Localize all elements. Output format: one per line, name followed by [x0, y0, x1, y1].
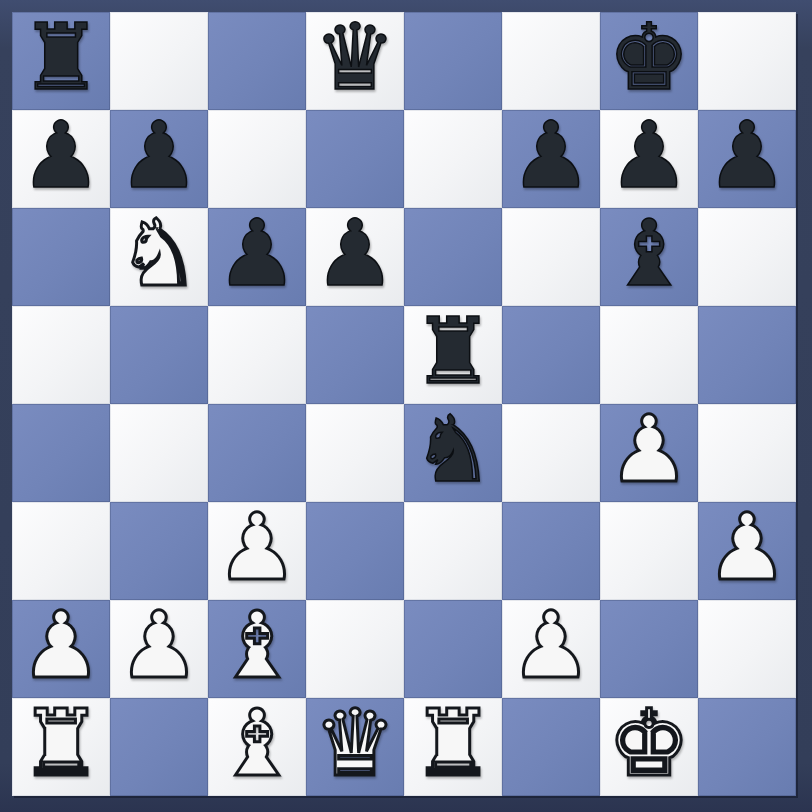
square-c2[interactable]: ♝	[208, 600, 306, 698]
square-d3[interactable]	[306, 502, 404, 600]
white-rook[interactable]: ♜	[20, 698, 102, 790]
square-d5[interactable]	[306, 306, 404, 404]
square-b2[interactable]: ♟	[110, 600, 208, 698]
square-e5[interactable]: ♜	[404, 306, 502, 404]
white-rook[interactable]: ♜	[412, 698, 494, 790]
square-g4[interactable]: ♟	[600, 404, 698, 502]
square-a5[interactable]	[12, 306, 110, 404]
black-pawn[interactable]: ♟	[314, 208, 396, 300]
square-d1[interactable]: ♛	[306, 698, 404, 796]
chess-board: ♜♛♚♟♟♟♟♟♞♟♟♝♜♞♟♟♟♟♟♝♟♜♝♛♜♚	[12, 12, 796, 796]
square-a8[interactable]: ♜	[12, 12, 110, 110]
square-b7[interactable]: ♟	[110, 110, 208, 208]
square-b4[interactable]	[110, 404, 208, 502]
white-pawn[interactable]: ♟	[118, 600, 200, 692]
black-bishop[interactable]: ♝	[608, 208, 690, 300]
square-h2[interactable]	[698, 600, 796, 698]
square-c7[interactable]	[208, 110, 306, 208]
square-f5[interactable]	[502, 306, 600, 404]
square-g2[interactable]	[600, 600, 698, 698]
square-b8[interactable]	[110, 12, 208, 110]
square-b1[interactable]	[110, 698, 208, 796]
square-e4[interactable]: ♞	[404, 404, 502, 502]
square-e3[interactable]	[404, 502, 502, 600]
square-b6[interactable]: ♞	[110, 208, 208, 306]
square-h3[interactable]: ♟	[698, 502, 796, 600]
square-c1[interactable]: ♝	[208, 698, 306, 796]
square-g5[interactable]	[600, 306, 698, 404]
square-h4[interactable]	[698, 404, 796, 502]
board-frame: ♜♛♚♟♟♟♟♟♞♟♟♝♜♞♟♟♟♟♟♝♟♜♝♛♜♚	[0, 0, 812, 812]
square-a4[interactable]	[12, 404, 110, 502]
square-b5[interactable]	[110, 306, 208, 404]
square-d6[interactable]: ♟	[306, 208, 404, 306]
square-c3[interactable]: ♟	[208, 502, 306, 600]
black-pawn[interactable]: ♟	[20, 110, 102, 202]
square-f8[interactable]	[502, 12, 600, 110]
square-f4[interactable]	[502, 404, 600, 502]
white-king[interactable]: ♚	[608, 698, 690, 790]
square-h6[interactable]	[698, 208, 796, 306]
black-pawn[interactable]: ♟	[216, 208, 298, 300]
square-g8[interactable]: ♚	[600, 12, 698, 110]
square-g7[interactable]: ♟	[600, 110, 698, 208]
white-pawn[interactable]: ♟	[20, 600, 102, 692]
square-e1[interactable]: ♜	[404, 698, 502, 796]
square-a6[interactable]	[12, 208, 110, 306]
square-h7[interactable]: ♟	[698, 110, 796, 208]
square-f7[interactable]: ♟	[502, 110, 600, 208]
square-a1[interactable]: ♜	[12, 698, 110, 796]
black-pawn[interactable]: ♟	[608, 110, 690, 202]
square-d2[interactable]	[306, 600, 404, 698]
black-pawn[interactable]: ♟	[706, 110, 788, 202]
square-c4[interactable]	[208, 404, 306, 502]
square-e2[interactable]	[404, 600, 502, 698]
square-g6[interactable]: ♝	[600, 208, 698, 306]
square-e7[interactable]	[404, 110, 502, 208]
white-pawn[interactable]: ♟	[608, 404, 690, 496]
square-a2[interactable]: ♟	[12, 600, 110, 698]
white-knight[interactable]: ♞	[118, 208, 200, 300]
square-g3[interactable]	[600, 502, 698, 600]
square-f2[interactable]: ♟	[502, 600, 600, 698]
black-pawn[interactable]: ♟	[118, 110, 200, 202]
square-h5[interactable]	[698, 306, 796, 404]
square-f3[interactable]	[502, 502, 600, 600]
black-king[interactable]: ♚	[608, 12, 690, 104]
black-queen[interactable]: ♛	[314, 12, 396, 104]
square-e8[interactable]	[404, 12, 502, 110]
square-d8[interactable]: ♛	[306, 12, 404, 110]
white-pawn[interactable]: ♟	[706, 502, 788, 594]
square-c5[interactable]	[208, 306, 306, 404]
square-f1[interactable]	[502, 698, 600, 796]
black-rook[interactable]: ♜	[412, 306, 494, 398]
square-g1[interactable]: ♚	[600, 698, 698, 796]
white-bishop[interactable]: ♝	[216, 600, 298, 692]
square-a3[interactable]	[12, 502, 110, 600]
square-h1[interactable]	[698, 698, 796, 796]
white-pawn[interactable]: ♟	[216, 502, 298, 594]
square-f6[interactable]	[502, 208, 600, 306]
square-c8[interactable]	[208, 12, 306, 110]
white-queen[interactable]: ♛	[314, 698, 396, 790]
white-pawn[interactable]: ♟	[510, 600, 592, 692]
black-pawn[interactable]: ♟	[510, 110, 592, 202]
square-e6[interactable]	[404, 208, 502, 306]
black-rook[interactable]: ♜	[20, 12, 102, 104]
square-h8[interactable]	[698, 12, 796, 110]
square-c6[interactable]: ♟	[208, 208, 306, 306]
black-knight[interactable]: ♞	[412, 404, 494, 496]
square-a7[interactable]: ♟	[12, 110, 110, 208]
white-bishop[interactable]: ♝	[216, 698, 298, 790]
square-d4[interactable]	[306, 404, 404, 502]
square-d7[interactable]	[306, 110, 404, 208]
square-b3[interactable]	[110, 502, 208, 600]
